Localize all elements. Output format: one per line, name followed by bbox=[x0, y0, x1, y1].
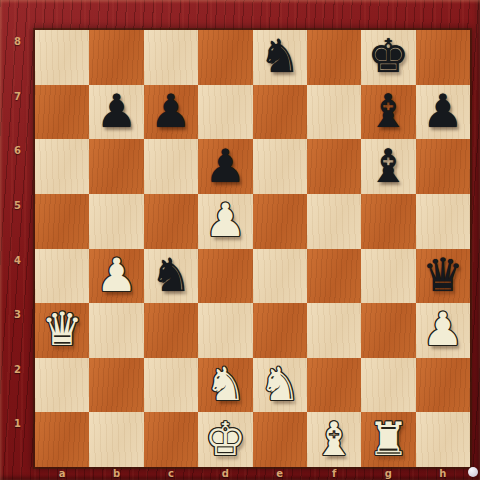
square-e6[interactable] bbox=[253, 139, 307, 194]
piece-wR-g1[interactable]: ♜ bbox=[368, 416, 409, 462]
file-label-f: f bbox=[307, 468, 361, 479]
square-f1[interactable]: ♝ bbox=[307, 412, 361, 467]
square-h8[interactable] bbox=[416, 30, 470, 85]
square-c7[interactable]: ♟ bbox=[144, 85, 198, 140]
square-f7[interactable] bbox=[307, 85, 361, 140]
square-a7[interactable] bbox=[35, 85, 89, 140]
piece-wN-e2[interactable]: ♞ bbox=[259, 361, 300, 407]
chess-board[interactable]: ♞♚♟♟♝♟♟♝♟♟♞♛♛♟♞♞♚♝♜ bbox=[35, 30, 470, 467]
square-a1[interactable] bbox=[35, 412, 89, 467]
square-g2[interactable] bbox=[361, 358, 415, 413]
square-a5[interactable] bbox=[35, 194, 89, 249]
square-e3[interactable] bbox=[253, 303, 307, 358]
square-a3[interactable]: ♛ bbox=[35, 303, 89, 358]
square-g5[interactable] bbox=[361, 194, 415, 249]
square-h6[interactable] bbox=[416, 139, 470, 194]
square-d7[interactable] bbox=[198, 85, 252, 140]
piece-bP-h7[interactable]: ♟ bbox=[422, 88, 463, 134]
chess-board-window: 87654321 ♞♚♟♟♝♟♟♝♟♟♞♛♛♟♞♞♚♝♜ abcdefgh bbox=[0, 0, 480, 480]
square-h4[interactable]: ♛ bbox=[416, 249, 470, 304]
square-f2[interactable] bbox=[307, 358, 361, 413]
file-label-h: h bbox=[416, 468, 470, 479]
square-h5[interactable] bbox=[416, 194, 470, 249]
square-h7[interactable]: ♟ bbox=[416, 85, 470, 140]
square-b8[interactable] bbox=[89, 30, 143, 85]
square-c3[interactable] bbox=[144, 303, 198, 358]
square-g8[interactable]: ♚ bbox=[361, 30, 415, 85]
square-c5[interactable] bbox=[144, 194, 198, 249]
square-e8[interactable]: ♞ bbox=[253, 30, 307, 85]
square-b6[interactable] bbox=[89, 139, 143, 194]
file-label-e: e bbox=[253, 468, 307, 479]
square-d1[interactable]: ♚ bbox=[198, 412, 252, 467]
square-g4[interactable] bbox=[361, 249, 415, 304]
file-label-b: b bbox=[89, 468, 143, 479]
rank-label-7: 7 bbox=[0, 85, 35, 140]
rank-label-4: 4 bbox=[0, 249, 35, 304]
file-label-g: g bbox=[361, 468, 415, 479]
square-d2[interactable]: ♞ bbox=[198, 358, 252, 413]
square-c1[interactable] bbox=[144, 412, 198, 467]
square-f4[interactable] bbox=[307, 249, 361, 304]
rank-label-6: 6 bbox=[0, 139, 35, 194]
square-d3[interactable] bbox=[198, 303, 252, 358]
file-label-c: c bbox=[144, 468, 198, 479]
square-b3[interactable] bbox=[89, 303, 143, 358]
piece-wQ-a3[interactable]: ♛ bbox=[42, 306, 83, 352]
piece-bN-c4[interactable]: ♞ bbox=[150, 252, 191, 298]
square-d6[interactable]: ♟ bbox=[198, 139, 252, 194]
rank-label-2: 2 bbox=[0, 358, 35, 413]
piece-bQ-h4[interactable]: ♛ bbox=[422, 252, 463, 298]
square-h1[interactable] bbox=[416, 412, 470, 467]
rank-labels: 87654321 bbox=[0, 30, 35, 467]
file-labels: abcdefgh bbox=[35, 467, 470, 480]
piece-bP-d6[interactable]: ♟ bbox=[205, 143, 246, 189]
piece-bP-c7[interactable]: ♟ bbox=[150, 88, 191, 134]
square-f6[interactable] bbox=[307, 139, 361, 194]
piece-wN-d2[interactable]: ♞ bbox=[205, 361, 246, 407]
piece-wP-d5[interactable]: ♟ bbox=[205, 197, 246, 243]
square-d4[interactable] bbox=[198, 249, 252, 304]
square-c6[interactable] bbox=[144, 139, 198, 194]
square-g1[interactable]: ♜ bbox=[361, 412, 415, 467]
turn-indicator-dot bbox=[468, 467, 478, 477]
square-b5[interactable] bbox=[89, 194, 143, 249]
square-e7[interactable] bbox=[253, 85, 307, 140]
square-e2[interactable]: ♞ bbox=[253, 358, 307, 413]
square-d5[interactable]: ♟ bbox=[198, 194, 252, 249]
square-c8[interactable] bbox=[144, 30, 198, 85]
rank-label-8: 8 bbox=[0, 30, 35, 85]
piece-wB-f1[interactable]: ♝ bbox=[313, 416, 354, 462]
square-e4[interactable] bbox=[253, 249, 307, 304]
square-f3[interactable] bbox=[307, 303, 361, 358]
square-c2[interactable] bbox=[144, 358, 198, 413]
square-g6[interactable]: ♝ bbox=[361, 139, 415, 194]
square-e1[interactable] bbox=[253, 412, 307, 467]
rank-label-3: 3 bbox=[0, 303, 35, 358]
square-a2[interactable] bbox=[35, 358, 89, 413]
square-b1[interactable] bbox=[89, 412, 143, 467]
square-g7[interactable]: ♝ bbox=[361, 85, 415, 140]
piece-wP-h3[interactable]: ♟ bbox=[422, 306, 463, 352]
square-h3[interactable]: ♟ bbox=[416, 303, 470, 358]
square-g3[interactable] bbox=[361, 303, 415, 358]
square-h2[interactable] bbox=[416, 358, 470, 413]
square-e5[interactable] bbox=[253, 194, 307, 249]
square-f5[interactable] bbox=[307, 194, 361, 249]
file-label-a: a bbox=[35, 468, 89, 479]
piece-wP-b4[interactable]: ♟ bbox=[96, 252, 137, 298]
square-f8[interactable] bbox=[307, 30, 361, 85]
square-a8[interactable] bbox=[35, 30, 89, 85]
square-c4[interactable]: ♞ bbox=[144, 249, 198, 304]
square-a4[interactable] bbox=[35, 249, 89, 304]
rank-label-5: 5 bbox=[0, 194, 35, 249]
square-b7[interactable]: ♟ bbox=[89, 85, 143, 140]
file-label-d: d bbox=[198, 468, 252, 479]
square-a6[interactable] bbox=[35, 139, 89, 194]
square-b2[interactable] bbox=[89, 358, 143, 413]
piece-bB-g7[interactable]: ♝ bbox=[368, 88, 409, 134]
piece-bK-g8[interactable]: ♚ bbox=[368, 33, 409, 79]
piece-bB-g6[interactable]: ♝ bbox=[368, 143, 409, 189]
piece-wK-d1[interactable]: ♚ bbox=[205, 416, 246, 462]
piece-bN-e8[interactable]: ♞ bbox=[259, 33, 300, 79]
square-b4[interactable]: ♟ bbox=[89, 249, 143, 304]
piece-bP-b7[interactable]: ♟ bbox=[96, 88, 137, 134]
square-d8[interactable] bbox=[198, 30, 252, 85]
rank-label-1: 1 bbox=[0, 412, 35, 467]
